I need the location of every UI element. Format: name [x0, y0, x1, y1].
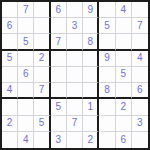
cell-r6c2-empty[interactable]	[18, 83, 34, 99]
cell-r4c3-given: 2	[34, 51, 50, 67]
cell-r4c2-empty[interactable]	[18, 51, 34, 67]
cell-r6c8-empty[interactable]	[116, 83, 132, 99]
cell-r2c6-empty[interactable]	[83, 18, 99, 34]
cell-r9c3-empty[interactable]	[34, 132, 50, 148]
cell-r5c9-empty[interactable]	[132, 67, 148, 83]
cell-r5c4-empty[interactable]	[51, 67, 67, 83]
cell-r6c3-given: 7	[34, 83, 50, 99]
sudoku-board: 76946357578529465478651225734326	[0, 0, 150, 150]
cell-r6c1-given: 4	[2, 83, 18, 99]
cell-r8c3-given: 5	[34, 116, 50, 132]
cell-r7c6-given: 1	[83, 99, 99, 115]
cell-r3c2-given: 5	[18, 34, 34, 50]
cell-r5c7-empty[interactable]	[99, 67, 115, 83]
cell-r5c5-empty[interactable]	[67, 67, 83, 83]
cell-r9c8-given: 6	[116, 132, 132, 148]
cell-r8c7-empty[interactable]	[99, 116, 115, 132]
cell-r1c5-empty[interactable]	[67, 2, 83, 18]
cell-r9c1-empty[interactable]	[2, 132, 18, 148]
cell-r6c9-given: 6	[132, 83, 148, 99]
cell-r8c5-given: 7	[67, 116, 83, 132]
cell-r9c5-empty[interactable]	[67, 132, 83, 148]
cell-r7c5-empty[interactable]	[67, 99, 83, 115]
cell-r2c9-given: 7	[132, 18, 148, 34]
cell-r1c3-empty[interactable]	[34, 2, 50, 18]
cell-r4c1-given: 5	[2, 51, 18, 67]
cell-r9c2-given: 4	[18, 132, 34, 148]
cell-r4c9-given: 4	[132, 51, 148, 67]
cell-r2c5-given: 3	[67, 18, 83, 34]
cell-r2c8-empty[interactable]	[116, 18, 132, 34]
cell-r2c7-given: 5	[99, 18, 115, 34]
cell-r1c6-given: 9	[83, 2, 99, 18]
cell-r4c6-empty[interactable]	[83, 51, 99, 67]
cell-r3c8-empty[interactable]	[116, 34, 132, 50]
cell-r1c2-given: 7	[18, 2, 34, 18]
cell-r9c6-given: 2	[83, 132, 99, 148]
cell-r1c8-given: 4	[116, 2, 132, 18]
cell-r7c9-empty[interactable]	[132, 99, 148, 115]
cell-r1c7-empty[interactable]	[99, 2, 115, 18]
cell-r5c1-empty[interactable]	[2, 67, 18, 83]
cell-r1c9-empty[interactable]	[132, 2, 148, 18]
cell-r4c7-given: 9	[99, 51, 115, 67]
cell-r7c2-empty[interactable]	[18, 99, 34, 115]
cell-r2c4-empty[interactable]	[51, 18, 67, 34]
cell-r7c3-empty[interactable]	[34, 99, 50, 115]
cell-r8c1-given: 2	[2, 116, 18, 132]
cell-r3c6-given: 8	[83, 34, 99, 50]
cell-r3c9-empty[interactable]	[132, 34, 148, 50]
cell-r4c5-empty[interactable]	[67, 51, 83, 67]
cell-r9c9-empty[interactable]	[132, 132, 148, 148]
cell-r6c6-empty[interactable]	[83, 83, 99, 99]
cell-r3c7-empty[interactable]	[99, 34, 115, 50]
cell-r1c1-empty[interactable]	[2, 2, 18, 18]
cell-r1c4-given: 6	[51, 2, 67, 18]
cell-r7c1-empty[interactable]	[2, 99, 18, 115]
cell-r4c4-empty[interactable]	[51, 51, 67, 67]
cell-r4c8-empty[interactable]	[116, 51, 132, 67]
cell-r2c2-empty[interactable]	[18, 18, 34, 34]
cell-r6c5-empty[interactable]	[67, 83, 83, 99]
cell-r8c2-empty[interactable]	[18, 116, 34, 132]
cell-r8c9-given: 3	[132, 116, 148, 132]
cell-r3c1-empty[interactable]	[2, 34, 18, 50]
cell-r8c4-empty[interactable]	[51, 116, 67, 132]
cell-r5c6-empty[interactable]	[83, 67, 99, 83]
cell-r5c2-given: 6	[18, 67, 34, 83]
cell-r5c3-empty[interactable]	[34, 67, 50, 83]
cell-r7c7-empty[interactable]	[99, 99, 115, 115]
cell-r9c4-given: 3	[51, 132, 67, 148]
cell-r6c7-given: 8	[99, 83, 115, 99]
cell-r7c4-given: 5	[51, 99, 67, 115]
cell-r9c7-empty[interactable]	[99, 132, 115, 148]
cell-r3c3-empty[interactable]	[34, 34, 50, 50]
cell-r2c1-given: 6	[2, 18, 18, 34]
cell-r7c8-given: 2	[116, 99, 132, 115]
cell-r6c4-empty[interactable]	[51, 83, 67, 99]
cell-r8c8-empty[interactable]	[116, 116, 132, 132]
cell-r8c6-empty[interactable]	[83, 116, 99, 132]
cell-r2c3-empty[interactable]	[34, 18, 50, 34]
cell-r3c4-given: 7	[51, 34, 67, 50]
cell-r5c8-given: 5	[116, 67, 132, 83]
cell-r3c5-empty[interactable]	[67, 34, 83, 50]
